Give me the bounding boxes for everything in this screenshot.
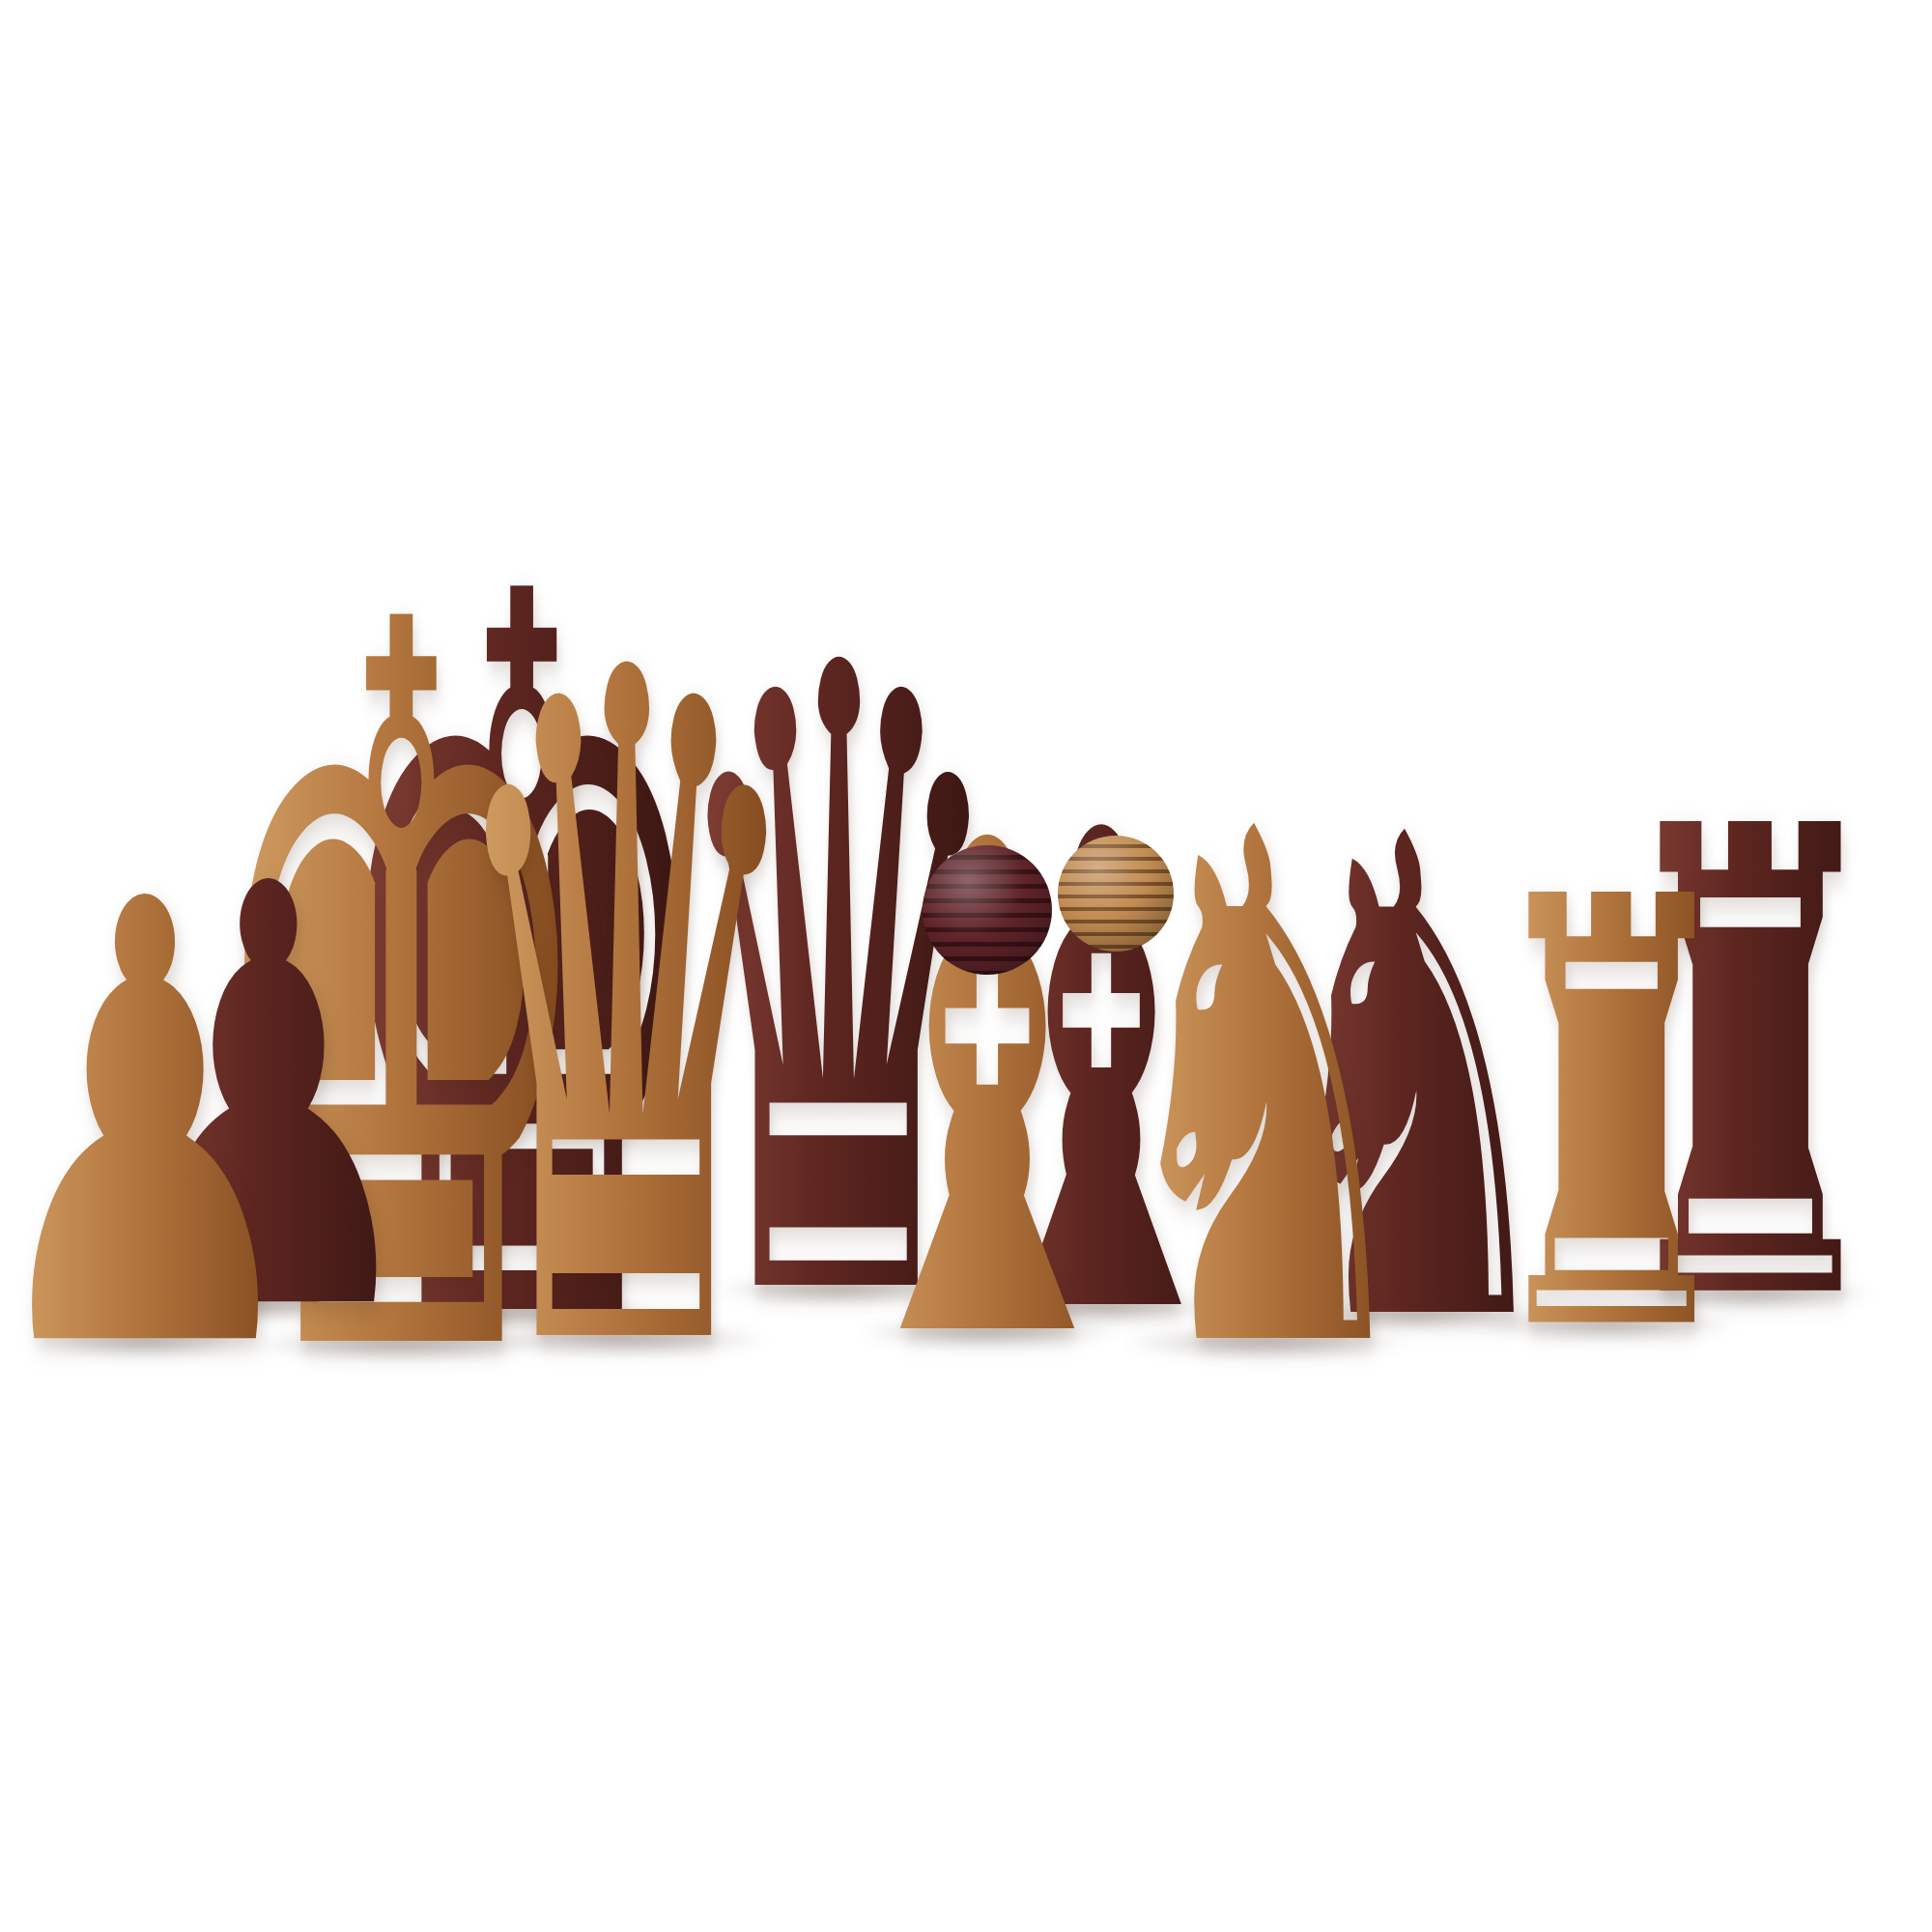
piece-glyph-queen: ♛ xyxy=(440,479,811,1553)
chess-piece-light-rook: ♜ xyxy=(1450,732,1775,1351)
piece-glyph-pawn: ♟ xyxy=(0,773,314,1482)
piece-glyph-knight: ♞ xyxy=(1101,683,1430,1503)
chess-piece-light-pawn: ♟ xyxy=(0,729,353,1369)
chess-piece-light-knight: ♞ xyxy=(1064,633,1467,1374)
bishop-beehive-ball-dark xyxy=(923,845,1052,975)
product-photo-stage: ♟♟♚♚♛♛♝♝♞♞♜♜ xyxy=(0,0,1932,1932)
piece-glyph-rook: ♜ xyxy=(1480,774,1744,1461)
